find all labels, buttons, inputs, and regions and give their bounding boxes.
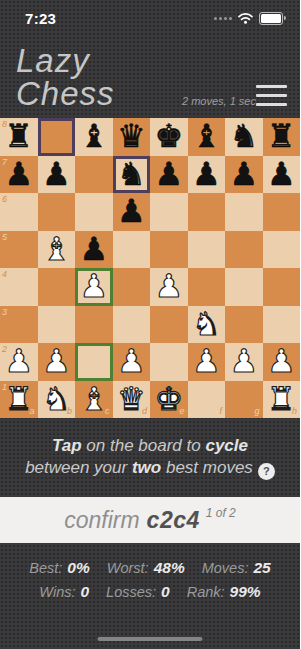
square-f1[interactable]: f [188, 381, 226, 419]
square-d6[interactable]: ♟ [113, 193, 151, 231]
square-e3[interactable] [150, 306, 188, 344]
square-c8[interactable]: ♝ [75, 118, 113, 156]
white-knight: ♞ [188, 306, 226, 344]
white-pawn: ♟ [263, 343, 301, 381]
stat-value: 25 [253, 556, 270, 580]
white-pawn: ♟ [188, 343, 226, 381]
square-b8[interactable] [38, 118, 76, 156]
battery-icon [259, 12, 283, 25]
square-e2[interactable] [150, 343, 188, 381]
stat-wins: Wins:0 [39, 580, 89, 604]
black-pawn: ♟ [225, 156, 263, 194]
square-a7[interactable]: 7♟ [0, 156, 38, 194]
square-f7[interactable]: ♟ [188, 156, 226, 194]
white-pawn: ♟ [0, 343, 38, 381]
white-bishop: ♝ [75, 381, 113, 419]
square-h7[interactable]: ♟ [263, 156, 301, 194]
wifi-icon [237, 12, 254, 24]
stat-label: Wins: [39, 580, 75, 604]
app-screen: 7:23 Lazy Chess 2 moves, 1 sec 8♜♝♛♚♝♞♜7… [0, 0, 300, 649]
square-g5[interactable] [225, 231, 263, 269]
status-time: 7:23 [25, 10, 56, 27]
rank-label: 5 [2, 233, 7, 242]
square-a1[interactable]: 1a♜ [0, 381, 38, 419]
header: Lazy Chess 2 moves, 1 sec [0, 30, 300, 118]
file-label: f [219, 407, 222, 416]
white-rook: ♜ [263, 381, 301, 419]
square-b4[interactable] [38, 268, 76, 306]
rank-label: 4 [2, 270, 7, 279]
white-knight: ♞ [38, 381, 76, 419]
black-pawn: ♟ [263, 156, 301, 194]
stat-moves: Moves:25 [202, 556, 271, 580]
black-pawn: ♟ [150, 156, 188, 194]
instruction-text: Tap on the board to cycle between your t… [0, 418, 300, 497]
square-d7[interactable]: ♞ [113, 156, 151, 194]
black-bishop: ♝ [188, 118, 226, 156]
square-f3[interactable]: ♞ [188, 306, 226, 344]
stat-label: Moves: [202, 556, 249, 580]
stat-label: Rank: [187, 580, 225, 604]
black-pawn: ♟ [0, 156, 38, 194]
status-bar: 7:23 [0, 0, 300, 30]
square-c3[interactable] [75, 306, 113, 344]
black-king: ♚ [150, 118, 188, 156]
black-pawn: ♟ [113, 193, 151, 231]
cellular-signal-icon [214, 17, 232, 20]
square-d1[interactable]: d♛ [113, 381, 151, 419]
square-d3[interactable] [113, 306, 151, 344]
square-c2[interactable] [75, 343, 113, 381]
confirm-move-button[interactable]: confirm c2c4 1 of 2 [0, 497, 300, 543]
instruction-line-1: Tap on the board to cycle [52, 435, 248, 457]
status-icons [214, 12, 283, 25]
confirm-move-text: c2c4 [147, 507, 200, 534]
square-b1[interactable]: b♞ [38, 381, 76, 419]
confirm-label: confirm [64, 507, 139, 534]
app-subtitle: 2 moves, 1 sec [182, 95, 256, 107]
square-g6[interactable] [225, 193, 263, 231]
square-f8[interactable]: ♝ [188, 118, 226, 156]
square-g4[interactable] [225, 268, 263, 306]
instruction-line-2: between your two best moves? [25, 457, 275, 480]
square-d8[interactable]: ♛ [113, 118, 151, 156]
black-pawn: ♟ [38, 156, 76, 194]
square-g3[interactable] [225, 306, 263, 344]
square-c5[interactable]: ♟ [75, 231, 113, 269]
square-g7[interactable]: ♟ [225, 156, 263, 194]
black-pawn: ♟ [188, 156, 226, 194]
stat-rank: Rank:99% [187, 580, 261, 604]
square-d2[interactable]: ♟ [113, 343, 151, 381]
white-pawn: ♟ [150, 268, 188, 306]
square-h5[interactable] [263, 231, 301, 269]
square-a2[interactable]: 2♟ [0, 343, 38, 381]
help-icon[interactable]: ? [258, 463, 275, 480]
square-h1[interactable]: h♜ [263, 381, 301, 419]
black-bishop: ♝ [75, 118, 113, 156]
square-b3[interactable] [38, 306, 76, 344]
black-rook: ♜ [263, 118, 301, 156]
white-pawn: ♟ [113, 343, 151, 381]
square-b2[interactable]: ♟ [38, 343, 76, 381]
square-c4[interactable]: ♟ [75, 268, 113, 306]
stat-label: Losses: [106, 580, 156, 604]
stat-worst: Worst:48% [107, 556, 185, 580]
square-h2[interactable]: ♟ [263, 343, 301, 381]
square-e4[interactable]: ♟ [150, 268, 188, 306]
square-c1[interactable]: c♝ [75, 381, 113, 419]
menu-icon[interactable] [256, 85, 287, 106]
rank-label: 3 [2, 308, 7, 317]
square-b7[interactable]: ♟ [38, 156, 76, 194]
square-h4[interactable] [263, 268, 301, 306]
stat-value: 0 [80, 580, 89, 604]
stat-label: Worst: [107, 556, 149, 580]
square-a4[interactable]: 4 [0, 268, 38, 306]
square-f2[interactable]: ♟ [188, 343, 226, 381]
square-d4[interactable] [113, 268, 151, 306]
square-e7[interactable]: ♟ [150, 156, 188, 194]
square-c7[interactable] [75, 156, 113, 194]
square-h8[interactable]: ♜ [263, 118, 301, 156]
square-a5[interactable]: 5 [0, 231, 38, 269]
square-f4[interactable] [188, 268, 226, 306]
square-a3[interactable]: 3 [0, 306, 38, 344]
stat-value: 0% [67, 556, 89, 580]
square-b5[interactable]: ♝ [38, 231, 76, 269]
stats-panel: Best:0%Worst:48%Moves:25 Wins:0Losses:0R… [0, 543, 300, 649]
stats-row-1: Best:0%Worst:48%Moves:25 [0, 556, 300, 580]
square-h3[interactable] [263, 306, 301, 344]
stat-value: 48% [154, 556, 185, 580]
square-a6[interactable]: 6 [0, 193, 38, 231]
black-queen: ♛ [113, 118, 151, 156]
home-indicator[interactable] [98, 637, 203, 641]
black-knight: ♞ [225, 118, 263, 156]
square-f5[interactable] [188, 231, 226, 269]
rank-label: 6 [2, 195, 7, 204]
square-g1[interactable]: g [225, 381, 263, 419]
white-pawn: ♟ [38, 343, 76, 381]
square-f6[interactable] [188, 193, 226, 231]
black-pawn: ♟ [75, 231, 113, 269]
white-queen: ♛ [113, 381, 151, 419]
stat-value: 99% [230, 580, 261, 604]
square-e1[interactable]: e♚ [150, 381, 188, 419]
square-d5[interactable] [113, 231, 151, 269]
white-king: ♚ [150, 381, 188, 419]
chess-board[interactable]: 8♜♝♛♚♝♞♜7♟♟♞♟♟♟♟6♟5♝♟4♟♟3♞2♟♟♟♟♟♟1a♜b♞c♝… [0, 118, 300, 418]
stat-label: Best: [29, 556, 62, 580]
black-knight: ♞ [113, 156, 151, 194]
move-counter: 1 of 2 [206, 506, 236, 520]
stat-value: 0 [161, 580, 170, 604]
square-e8[interactable]: ♚ [150, 118, 188, 156]
stat-best: Best:0% [29, 556, 89, 580]
file-label: g [254, 407, 259, 416]
black-rook: ♜ [0, 118, 38, 156]
square-a8[interactable]: 8♜ [0, 118, 38, 156]
square-e5[interactable] [150, 231, 188, 269]
stats-row-2: Wins:0Losses:0Rank:99% [0, 580, 300, 604]
white-rook: ♜ [0, 381, 38, 419]
square-h6[interactable] [263, 193, 301, 231]
app-title: Lazy Chess [16, 44, 174, 110]
square-g8[interactable]: ♞ [225, 118, 263, 156]
white-pawn: ♟ [75, 268, 113, 306]
square-g2[interactable]: ♟ [225, 343, 263, 381]
square-c6[interactable] [75, 193, 113, 231]
stat-losses: Losses:0 [106, 580, 170, 604]
square-e6[interactable] [150, 193, 188, 231]
white-bishop: ♝ [38, 231, 76, 269]
white-pawn: ♟ [225, 343, 263, 381]
square-b6[interactable] [38, 193, 76, 231]
